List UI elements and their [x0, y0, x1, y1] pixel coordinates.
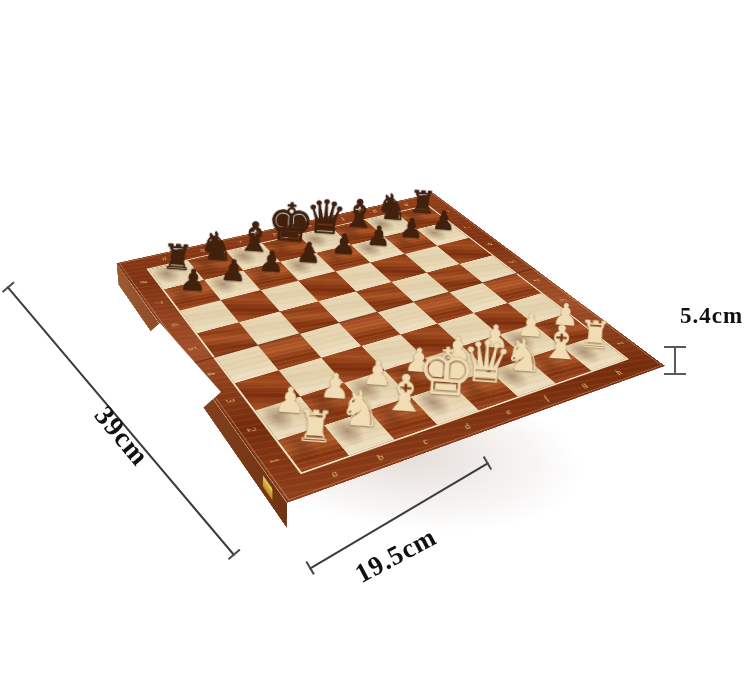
file-label-b-right: b	[374, 452, 386, 462]
file-label-c-right: c	[419, 436, 431, 445]
board-frame: ♜♟♟♜♞♟♟♝♝♟♟♞♛♟♟♛♚♟♟♚♝♟♟♝♞♟♟♞♜♟♟♜ 8877665…	[116, 193, 665, 503]
dimension-5.4cm-line	[674, 346, 676, 375]
dimension-5.4cm-label: 5.4cm	[680, 303, 743, 329]
chess-board: ♜♟♟♜♞♟♟♝♝♟♟♞♛♟♟♛♚♟♟♚♝♟♟♝♞♟♟♞♜♟♟♜ 8877665…	[116, 193, 665, 503]
rank-label-6-top: 6	[484, 242, 494, 246]
square-a1: ♜	[278, 425, 349, 472]
file-label-a-right: a	[328, 468, 340, 478]
file-label-d-right: d	[461, 421, 473, 430]
square-a7: ♟	[164, 280, 221, 311]
file-label-f-right: f	[541, 394, 551, 402]
file-label-h-right: h	[612, 368, 624, 376]
piece-white-rook-a1: ♜	[251, 402, 379, 452]
rank-label-7-bottom: 7	[153, 300, 165, 305]
product-photo: ♜♟♟♜♞♟♟♝♝♟♟♞♛♟♟♛♚♟♟♚♝♟♟♝♞♟♟♞♜♟♟♜ 8877665…	[0, 0, 750, 700]
file-label-e-right: e	[502, 407, 514, 416]
file-label-g-right: g	[577, 381, 589, 389]
rank-label-5-top: 5	[507, 260, 518, 264]
rank-label-6-bottom: 6	[169, 322, 182, 327]
rank-label-4-top: 4	[532, 278, 543, 283]
rank-label-5-bottom: 5	[186, 345, 199, 351]
rank-label-1-bottom: 1	[268, 457, 283, 465]
